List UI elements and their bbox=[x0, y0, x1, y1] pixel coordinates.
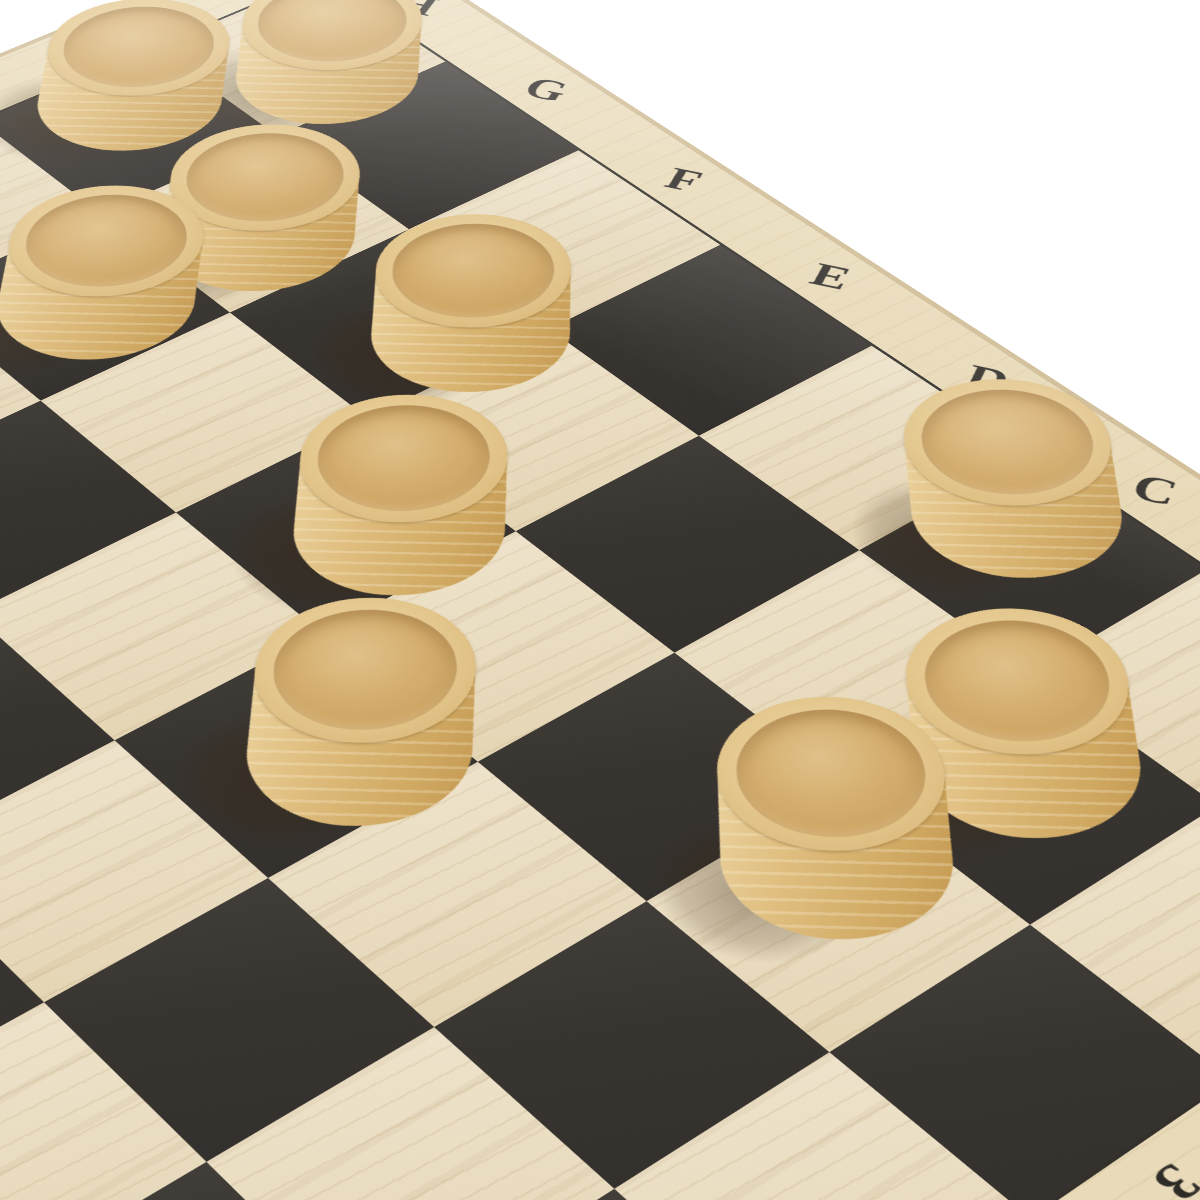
piece-recess bbox=[253, 0, 409, 62]
piece-recess bbox=[181, 133, 348, 221]
piece-recess bbox=[389, 224, 555, 318]
piece-recess bbox=[56, 7, 219, 87]
product-photo-stage: HGFEDCBA12345678 bbox=[0, 0, 1200, 1200]
piece-recess bbox=[18, 195, 193, 287]
piece-recess bbox=[917, 390, 1101, 495]
checkers-board: HGFEDCBA12345678 bbox=[0, 0, 1200, 1200]
piece-recess bbox=[313, 405, 491, 511]
piece-recess bbox=[920, 621, 1118, 742]
piece-recess bbox=[734, 710, 931, 837]
piece-recess bbox=[268, 610, 459, 730]
